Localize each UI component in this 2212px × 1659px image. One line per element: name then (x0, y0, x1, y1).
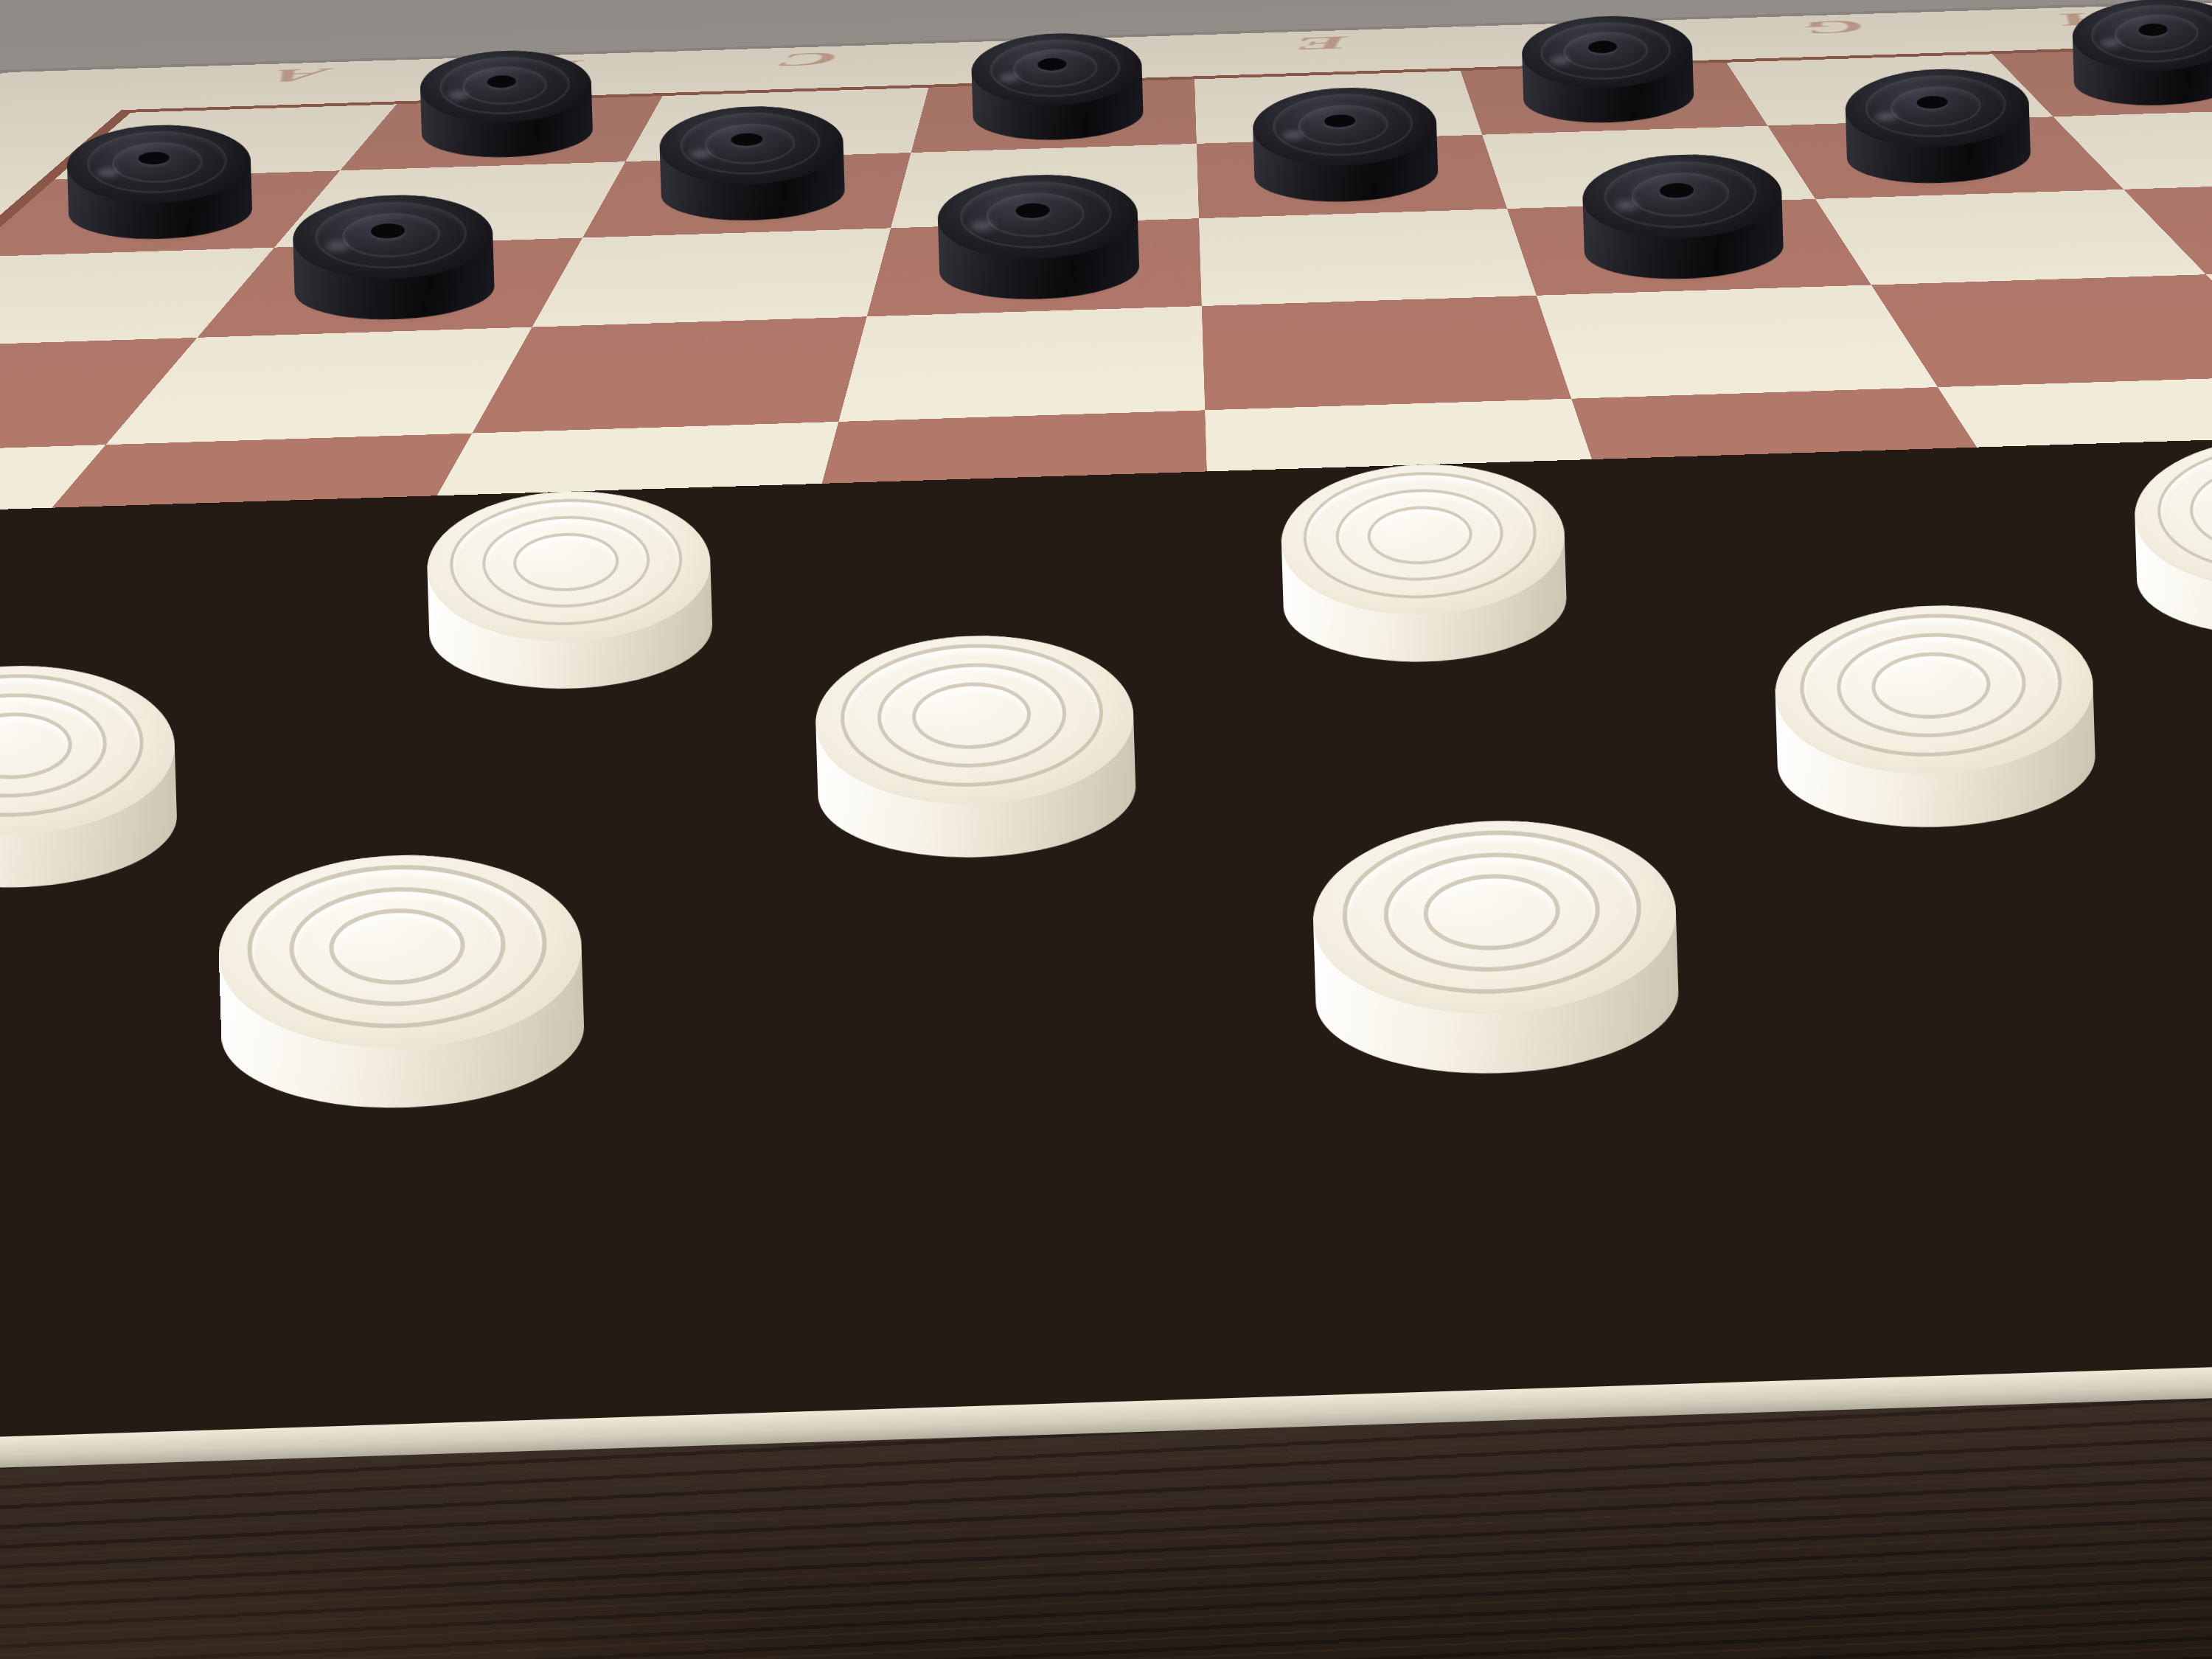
pieces-layer (0, 0, 2212, 1659)
piece-glint (2100, 40, 2121, 46)
camera-tilt-wrapper: AABBCCDDEEFFGGHH (0, 0, 2212, 1659)
photo-viewport: AABBCCDDEEFFGGHH (0, 0, 2212, 1659)
piece-glint (1549, 57, 1570, 63)
